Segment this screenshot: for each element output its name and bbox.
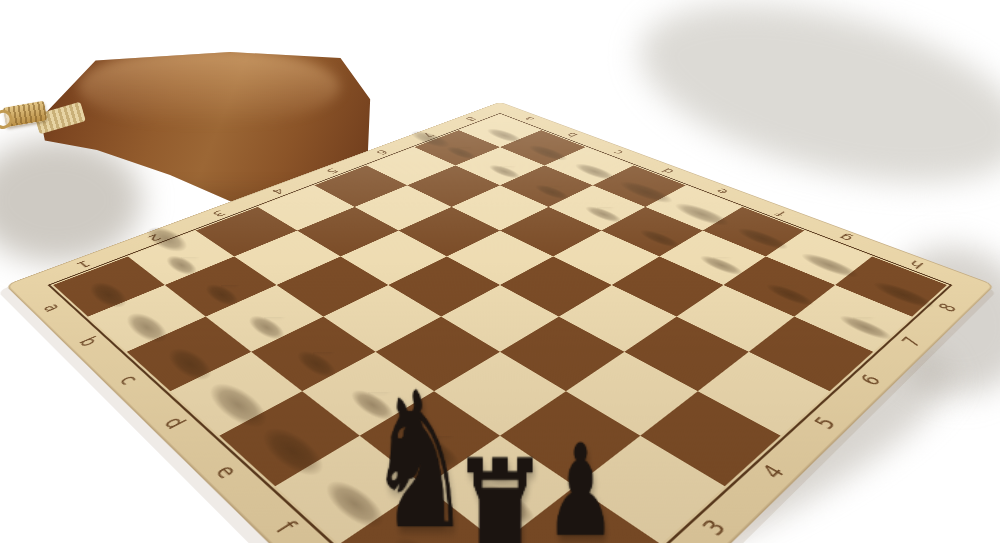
white-pawn-glyph: ♟	[827, 231, 879, 324]
black-pawn-glyph: ♟	[545, 428, 615, 543]
white-pawn-glyph: ♟	[755, 204, 804, 292]
chessboard: aabbccddeeffgghh1122334455667788 ♜♛♞♟♝♟♚…	[5, 102, 995, 543]
board-scene: aabbccddeeffgghh1122334455667788 ♜♛♞♟♝♟♚…	[0, 0, 1000, 543]
product-photo-stage: aabbccddeeffgghh1122334455667788 ♜♛♞♟♝♟♚…	[0, 0, 1000, 543]
black-rook-glyph: ♜	[448, 436, 552, 543]
